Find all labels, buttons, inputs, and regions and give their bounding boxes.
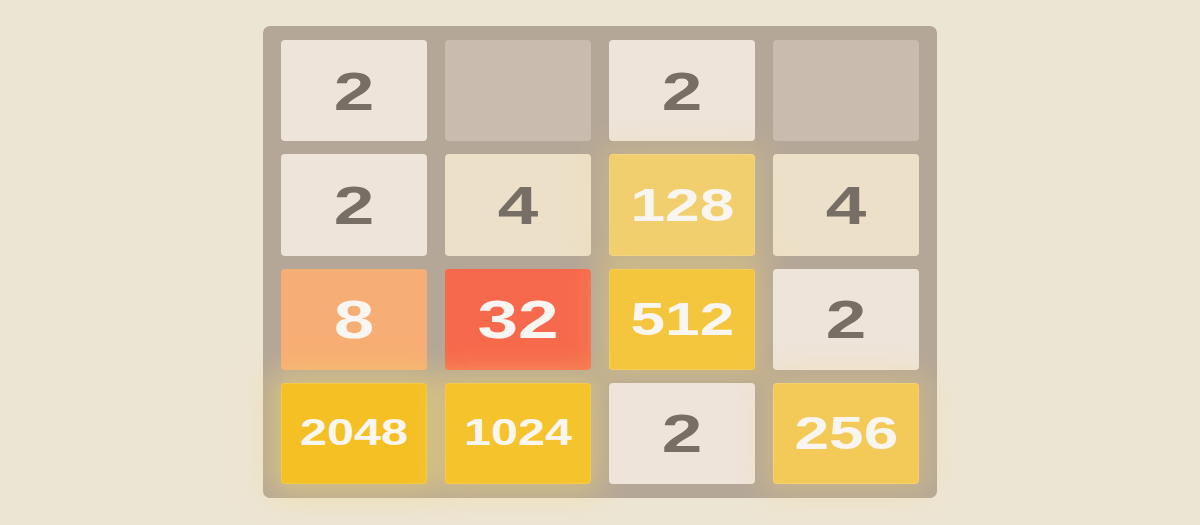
- tile-4: 4: [773, 154, 919, 255]
- tile-value: 128: [630, 182, 734, 228]
- tile-value: 4: [498, 178, 539, 232]
- game-board-2048[interactable]: 222412848325122204810242256: [263, 26, 937, 498]
- tile-value: 2048: [300, 415, 408, 451]
- tile-value: 32: [477, 292, 558, 346]
- tile-value: 2: [334, 178, 375, 232]
- tile-1024: 1024: [445, 383, 591, 484]
- tile-value: 4: [826, 178, 867, 232]
- tile-value: 512: [630, 296, 734, 342]
- tile-2: 2: [281, 40, 427, 141]
- tile-128: 128: [609, 154, 755, 255]
- tile-2: 2: [609, 40, 755, 141]
- tile-value: 2: [662, 64, 703, 118]
- tile-value: 2: [826, 292, 867, 346]
- page-background: 222412848325122204810242256: [0, 0, 1200, 525]
- tile-value: 2: [334, 64, 375, 118]
- tile-32: 32: [445, 269, 591, 370]
- tile-2: 2: [773, 269, 919, 370]
- tile-8: 8: [281, 269, 427, 370]
- tile-value: 256: [794, 410, 898, 456]
- tile-256: 256: [773, 383, 919, 484]
- tile-value: 2: [662, 406, 703, 460]
- empty-cell: [773, 40, 919, 141]
- tile-2048: 2048: [281, 383, 427, 484]
- tile-4: 4: [445, 154, 591, 255]
- tile-2: 2: [281, 154, 427, 255]
- tile-512: 512: [609, 269, 755, 370]
- tile-value: 1024: [464, 415, 572, 451]
- tile-2: 2: [609, 383, 755, 484]
- empty-cell: [445, 40, 591, 141]
- tile-value: 8: [334, 292, 375, 346]
